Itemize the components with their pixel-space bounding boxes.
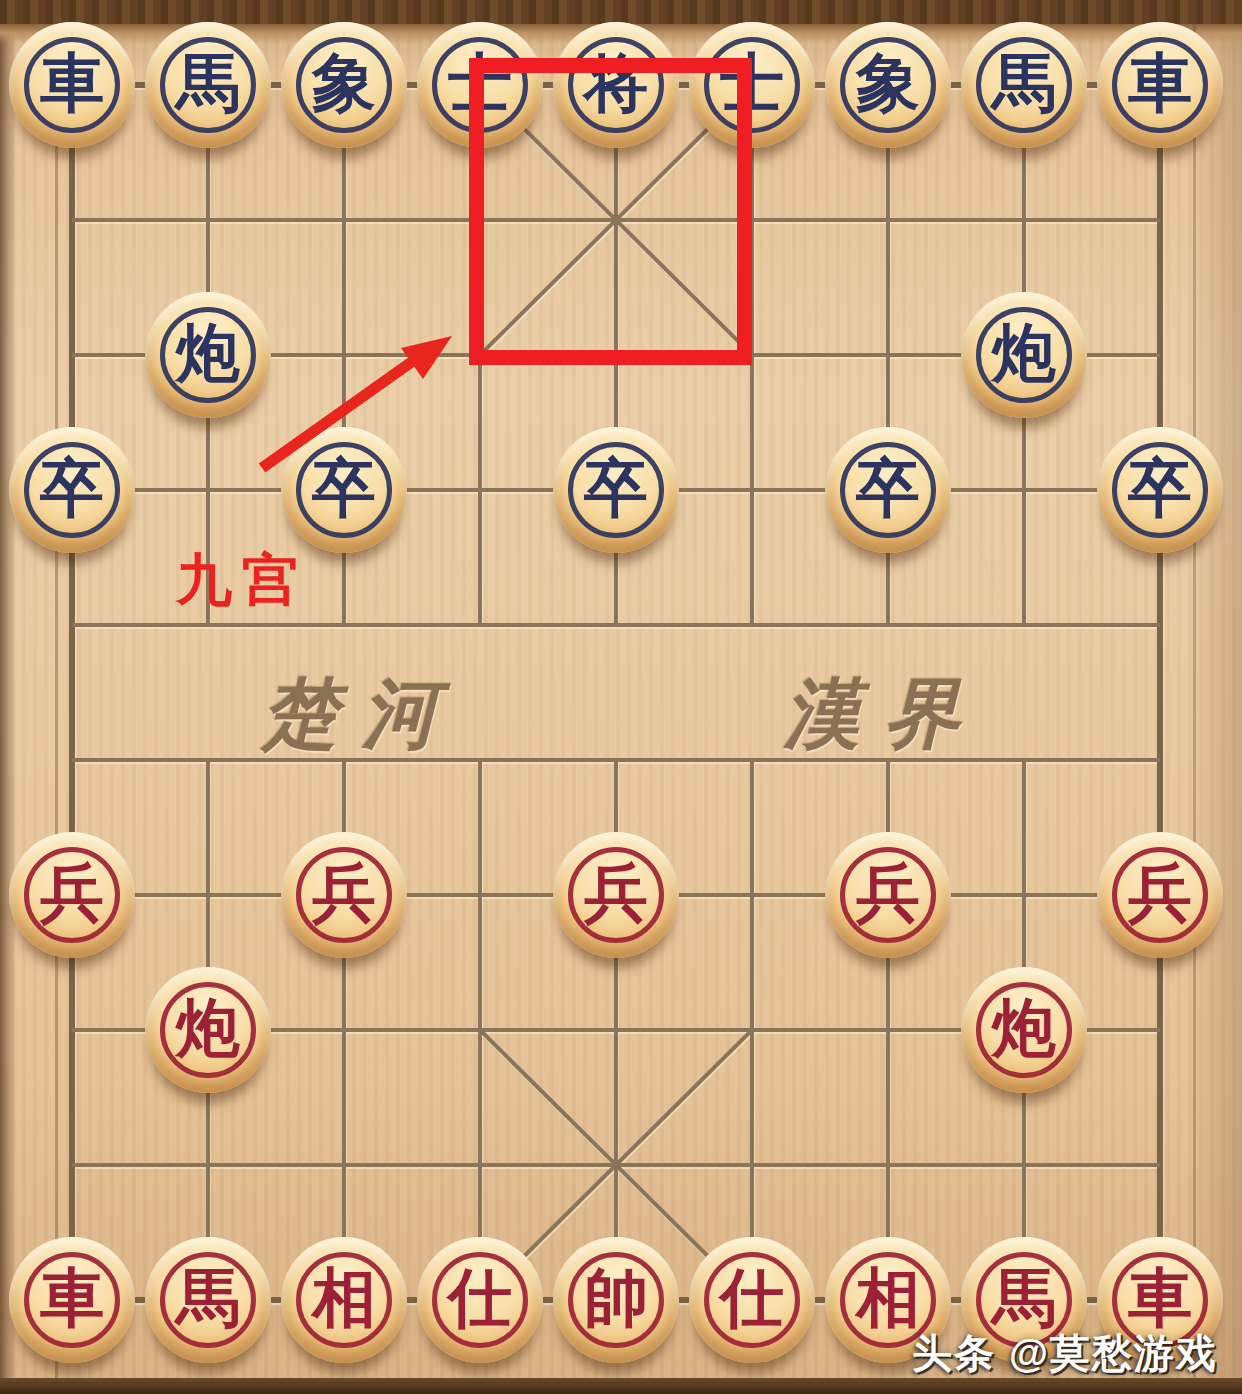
watermark: 头条 @莫愁游戏 — [912, 1326, 1218, 1381]
palace-arrow — [0, 0, 1242, 1394]
xiangqi-tutorial-screen: 楚河 漢界 車馬象士将士象馬車炮炮卒卒卒卒卒兵兵兵兵兵炮炮車馬相仕帥仕相馬車 九… — [0, 0, 1242, 1394]
palace-label: 九宫 — [176, 543, 308, 619]
